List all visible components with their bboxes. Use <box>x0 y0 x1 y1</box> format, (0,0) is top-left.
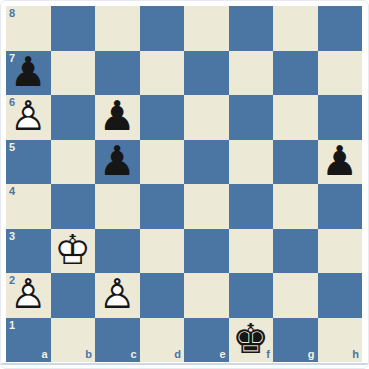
square-d5[interactable] <box>140 140 185 185</box>
white-pawn-outline-icon: ♙ <box>6 274 51 315</box>
piece-black-pawn[interactable]: ♟ <box>6 51 51 96</box>
page: 87♟6♟♙♟5♟♟43♚♔2♟♙♟♙1abcdef♚gh <box>0 0 369 369</box>
white-pawn-outline-icon: ♙ <box>6 96 51 137</box>
black-pawn-icon: ♟ <box>95 140 140 181</box>
coordinate-file-e: e <box>219 349 225 360</box>
square-e5[interactable] <box>184 140 229 185</box>
square-c6[interactable]: ♟ <box>95 95 140 140</box>
square-g7[interactable] <box>273 51 318 96</box>
square-e8[interactable] <box>184 6 229 51</box>
square-e3[interactable] <box>184 229 229 274</box>
square-e1[interactable]: e <box>184 318 229 363</box>
square-b2[interactable] <box>51 273 96 318</box>
coordinate-file-a: a <box>41 349 47 360</box>
white-pawn-outline-icon: ♙ <box>95 274 140 315</box>
coordinate-rank-8: 8 <box>9 8 15 19</box>
black-king-icon: ♚ <box>229 318 274 359</box>
square-g5[interactable] <box>273 140 318 185</box>
square-f3[interactable] <box>229 229 274 274</box>
board-bottom-edge <box>1 363 368 365</box>
square-h8[interactable] <box>318 6 363 51</box>
square-c3[interactable] <box>95 229 140 274</box>
square-b3[interactable]: ♚♔ <box>51 229 96 274</box>
square-b4[interactable] <box>51 184 96 229</box>
square-d8[interactable] <box>140 6 185 51</box>
square-h6[interactable] <box>318 95 363 140</box>
chess-board: 87♟6♟♙♟5♟♟43♚♔2♟♙♟♙1abcdef♚gh <box>6 6 362 362</box>
coordinate-rank-3: 3 <box>9 231 15 242</box>
square-b1[interactable]: b <box>51 318 96 363</box>
square-f8[interactable] <box>229 6 274 51</box>
square-c8[interactable] <box>95 6 140 51</box>
piece-black-pawn[interactable]: ♟ <box>318 140 363 185</box>
coordinate-rank-5: 5 <box>9 142 15 153</box>
square-a2[interactable]: 2♟♙ <box>6 273 51 318</box>
square-a8[interactable]: 8 <box>6 6 51 51</box>
square-c2[interactable]: ♟♙ <box>95 273 140 318</box>
square-d4[interactable] <box>140 184 185 229</box>
square-b5[interactable] <box>51 140 96 185</box>
piece-white-pawn[interactable]: ♟♙ <box>6 95 51 140</box>
square-f6[interactable] <box>229 95 274 140</box>
square-a5[interactable]: 5 <box>6 140 51 185</box>
piece-white-pawn[interactable]: ♟♙ <box>95 273 140 318</box>
square-g1[interactable]: g <box>273 318 318 363</box>
square-g4[interactable] <box>273 184 318 229</box>
square-c1[interactable]: c <box>95 318 140 363</box>
coordinate-file-c: c <box>130 349 136 360</box>
square-c5[interactable]: ♟ <box>95 140 140 185</box>
square-a1[interactable]: 1a <box>6 318 51 363</box>
square-h4[interactable] <box>318 184 363 229</box>
coordinate-rank-1: 1 <box>9 320 15 331</box>
square-b8[interactable] <box>51 6 96 51</box>
square-b7[interactable] <box>51 51 96 96</box>
coordinate-file-b: b <box>85 349 92 360</box>
square-h3[interactable] <box>318 229 363 274</box>
coordinate-file-d: d <box>174 349 181 360</box>
coordinate-file-h: h <box>352 349 359 360</box>
square-e2[interactable] <box>184 273 229 318</box>
coordinate-rank-4: 4 <box>9 186 15 197</box>
square-c7[interactable] <box>95 51 140 96</box>
square-h2[interactable] <box>318 273 363 318</box>
square-b6[interactable] <box>51 95 96 140</box>
square-f5[interactable] <box>229 140 274 185</box>
piece-white-pawn[interactable]: ♟♙ <box>6 273 51 318</box>
square-f7[interactable] <box>229 51 274 96</box>
black-pawn-icon: ♟ <box>95 96 140 137</box>
square-g2[interactable] <box>273 273 318 318</box>
square-a4[interactable]: 4 <box>6 184 51 229</box>
square-f4[interactable] <box>229 184 274 229</box>
square-g3[interactable] <box>273 229 318 274</box>
square-f2[interactable] <box>229 273 274 318</box>
piece-black-king[interactable]: ♚ <box>229 318 274 363</box>
square-h5[interactable]: ♟ <box>318 140 363 185</box>
square-d6[interactable] <box>140 95 185 140</box>
square-g6[interactable] <box>273 95 318 140</box>
black-pawn-icon: ♟ <box>6 51 51 92</box>
square-a3[interactable]: 3 <box>6 229 51 274</box>
square-d2[interactable] <box>140 273 185 318</box>
square-d1[interactable]: d <box>140 318 185 363</box>
square-e4[interactable] <box>184 184 229 229</box>
square-a7[interactable]: 7♟ <box>6 51 51 96</box>
square-h1[interactable]: h <box>318 318 363 363</box>
square-c4[interactable] <box>95 184 140 229</box>
square-a6[interactable]: 6♟♙ <box>6 95 51 140</box>
black-pawn-icon: ♟ <box>318 140 363 181</box>
square-d3[interactable] <box>140 229 185 274</box>
square-f1[interactable]: f♚ <box>229 318 274 363</box>
square-e6[interactable] <box>184 95 229 140</box>
white-king-outline-icon: ♔ <box>51 229 96 270</box>
square-h7[interactable] <box>318 51 363 96</box>
piece-black-pawn[interactable]: ♟ <box>95 95 140 140</box>
piece-black-pawn[interactable]: ♟ <box>95 140 140 185</box>
piece-white-king[interactable]: ♚♔ <box>51 229 96 274</box>
coordinate-file-g: g <box>308 349 315 360</box>
square-g8[interactable] <box>273 6 318 51</box>
square-e7[interactable] <box>184 51 229 96</box>
square-d7[interactable] <box>140 51 185 96</box>
